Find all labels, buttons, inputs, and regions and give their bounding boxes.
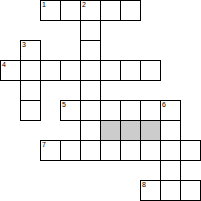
crossword-cell[interactable] (80, 80, 101, 101)
crossword-cell[interactable]: 5 (60, 100, 81, 121)
crossword-cell[interactable] (80, 40, 101, 61)
crossword-cell[interactable] (160, 140, 181, 161)
crossword-cell[interactable]: 6 (160, 100, 181, 121)
crossword-cell[interactable] (120, 60, 141, 81)
clue-number: 5 (62, 101, 66, 109)
crossword-cell[interactable] (140, 140, 161, 161)
clue-number: 8 (142, 181, 146, 189)
crossword-grid: 12345678 (0, 0, 201, 201)
crossword-cell[interactable] (140, 60, 161, 81)
crossword-cell[interactable] (80, 20, 101, 41)
crossword-cell[interactable]: 4 (0, 60, 21, 81)
clue-number: 6 (162, 101, 166, 109)
crossword-cell[interactable] (100, 0, 121, 21)
clue-number: 4 (2, 61, 6, 69)
crossword-cell[interactable] (60, 0, 81, 21)
clue-number: 3 (22, 41, 26, 49)
crossword-cell[interactable] (120, 100, 141, 121)
crossword-cell[interactable]: 8 (140, 180, 161, 201)
crossword-cell[interactable] (180, 140, 201, 161)
crossword-cell-shaded[interactable] (100, 120, 121, 141)
crossword-cell[interactable] (80, 100, 101, 121)
crossword-cell-shaded[interactable] (120, 120, 141, 141)
crossword-cell[interactable] (120, 140, 141, 161)
clue-number: 1 (42, 1, 46, 9)
clue-number: 2 (82, 1, 86, 9)
crossword-cell[interactable] (80, 140, 101, 161)
crossword-cell[interactable] (20, 100, 41, 121)
crossword-cell[interactable]: 2 (80, 0, 101, 21)
crossword-cell[interactable] (100, 140, 121, 161)
crossword-cell[interactable] (120, 0, 141, 21)
crossword-cell[interactable] (60, 60, 81, 81)
crossword-cell-shaded[interactable] (140, 120, 161, 141)
crossword-cell[interactable] (100, 100, 121, 121)
crossword-cell[interactable]: 7 (40, 140, 61, 161)
crossword-cell[interactable] (160, 120, 181, 141)
crossword-cell[interactable] (60, 140, 81, 161)
crossword-cell[interactable]: 3 (20, 40, 41, 61)
crossword-cell[interactable]: 1 (40, 0, 61, 21)
crossword-cell[interactable] (160, 180, 181, 201)
crossword-cell[interactable] (20, 60, 41, 81)
crossword-cell[interactable] (100, 60, 121, 81)
crossword-cell[interactable] (80, 60, 101, 81)
crossword-cell[interactable] (80, 120, 101, 141)
crossword-cell[interactable] (40, 60, 61, 81)
crossword-cell[interactable] (140, 100, 161, 121)
clue-number: 7 (42, 141, 46, 149)
crossword-cell[interactable] (160, 160, 181, 181)
crossword-cell[interactable] (20, 80, 41, 101)
crossword-cell[interactable] (180, 180, 201, 201)
